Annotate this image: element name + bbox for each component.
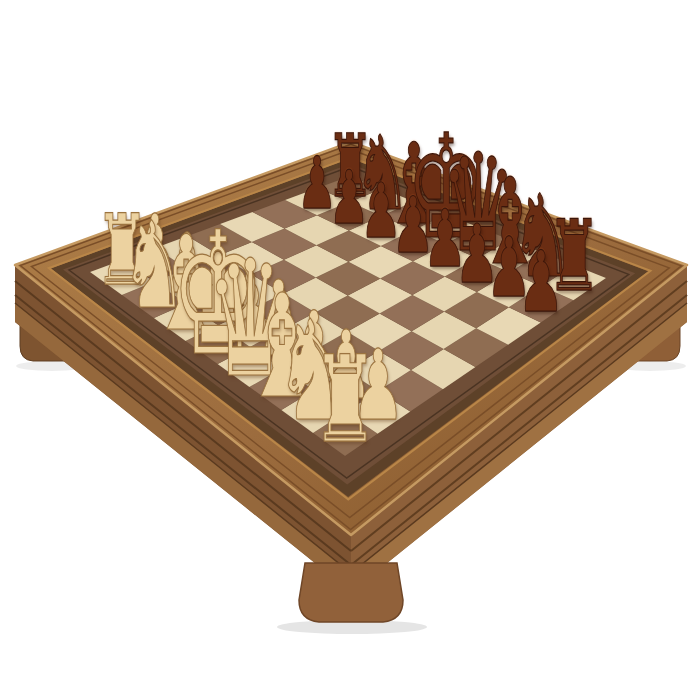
chess-set-product-photo: ♜♟♞♝♟♚♟♛♟♝♟♟♞♟♜♜♟♟♞♟♟♝♟♚♟♛♟♝♟♞♟♜ [0, 0, 700, 700]
chess-board [0, 0, 700, 700]
